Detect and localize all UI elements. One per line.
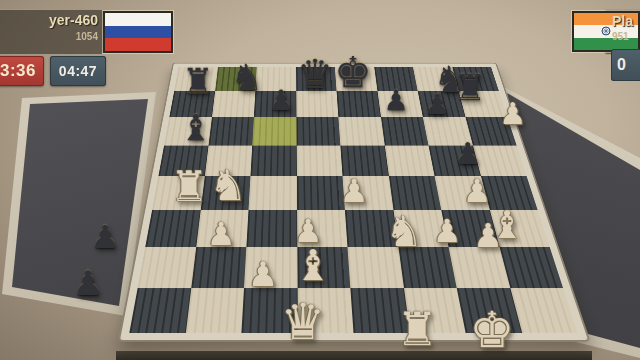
square-a1[interactable] [129, 288, 191, 333]
square-d5[interactable] [296, 145, 342, 176]
flag-stripe [105, 26, 171, 39]
square-c4[interactable] [249, 176, 297, 210]
opponent-clock-clipped: 0 [611, 49, 640, 81]
square-c5[interactable] [250, 145, 296, 176]
black-pawn-g7[interactable]: ♟ [424, 91, 449, 119]
square-d6[interactable] [296, 117, 340, 145]
game-stage: ♜♞♛♚♞♜♟♟♟♝♟♜♞♟♟♟♟♞♟♟♝♟♝♛♜♚♟♟♟ yer-460 10… [0, 0, 640, 360]
white-knight-e3[interactable]: ♞ [385, 211, 423, 253]
secondary-clock: 04:47 [50, 56, 106, 86]
black-player-rating: 951 [612, 31, 629, 42]
white-pawn-f3[interactable]: ♟ [433, 215, 462, 247]
black-rook-a8[interactable]: ♜ [182, 64, 214, 100]
white-bishop-d2[interactable]: ♝ [294, 245, 332, 287]
white-queen-d1[interactable]: ♛ [281, 297, 326, 347]
square-c3[interactable] [246, 210, 297, 247]
white-player-name: yer-460 [2, 12, 98, 28]
white-pawn-e4[interactable]: ♟ [340, 175, 369, 207]
square-c6[interactable] [252, 117, 296, 145]
white-player-rating: 1054 [2, 31, 98, 42]
square-f4[interactable] [389, 176, 442, 210]
black-pawn-f7[interactable]: ♟ [383, 87, 408, 115]
black-knight-b8[interactable]: ♞ [231, 60, 263, 96]
ashoka-chakra-icon [601, 26, 611, 36]
flag-stripe [105, 13, 171, 26]
active-clock: 3:36 [0, 56, 44, 86]
white-rook-f1[interactable]: ♜ [396, 306, 437, 352]
white-pawn-g4[interactable]: ♟ [463, 175, 492, 207]
square-b6[interactable] [208, 117, 254, 145]
square-f6[interactable] [381, 117, 429, 145]
black-queen-d8[interactable]: ♛ [297, 54, 333, 94]
black-bishop-a6[interactable]: ♝ [180, 110, 212, 146]
captured-white-pawn: ♟ [500, 99, 527, 129]
square-e6[interactable] [338, 117, 384, 145]
captured-black-pawn: ♟ [91, 221, 120, 253]
black-pawn-c7[interactable]: ♟ [268, 87, 293, 115]
white-pawn-g3[interactable]: ♟ [473, 219, 503, 252]
black-king-e8[interactable]: ♚ [334, 52, 372, 94]
square-f5[interactable] [384, 145, 434, 176]
white-rook-a4[interactable]: ♜ [170, 166, 208, 208]
white-pawn-c2[interactable]: ♟ [248, 257, 278, 291]
square-d4[interactable] [296, 176, 344, 210]
white-king-g1[interactable]: ♚ [470, 305, 515, 355]
flag-stripe [105, 38, 171, 51]
square-h1[interactable] [510, 288, 578, 333]
square-a2[interactable] [138, 247, 196, 288]
square-h2[interactable] [499, 247, 563, 288]
russia-flag-icon [103, 11, 173, 53]
black-pawn-g5[interactable]: ♟ [455, 139, 482, 169]
white-knight-b4[interactable]: ♞ [209, 165, 247, 207]
white-pawn-b3[interactable]: ♟ [207, 218, 236, 250]
square-b1[interactable] [185, 288, 244, 333]
square-a3[interactable] [145, 210, 200, 247]
captured-black-pawn: ♟ [73, 266, 103, 300]
black-rook-h8[interactable]: ♜ [454, 70, 486, 106]
black-player-name: Pla [612, 13, 633, 29]
